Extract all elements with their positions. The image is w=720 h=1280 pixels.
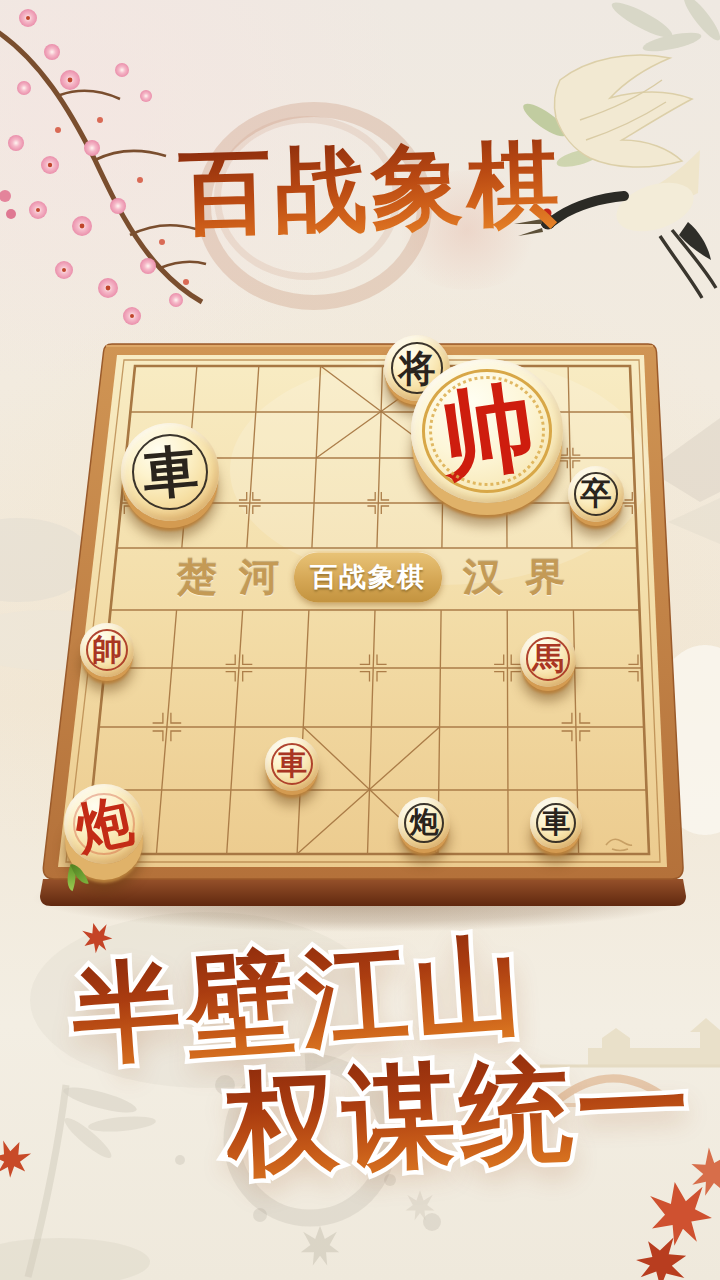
piece-red-炮-a10: 炮 (64, 784, 144, 864)
piece-black-車-h10: 車 (530, 797, 582, 849)
board-front-face (40, 879, 686, 906)
river-badge: 百战象棋 (294, 552, 442, 603)
piece-red-馬-h7: 馬 (520, 631, 576, 687)
river-label-right: 汉界 (441, 551, 587, 603)
splash-screen[interactable]: 百战象棋 楚河 汉界 百战象棋 将帅車卒帥馬車炮車炮 (0, 0, 720, 1280)
piece-red-車-d9: 車 (265, 737, 319, 791)
piece-red-帥-a7: 帥 (80, 623, 134, 677)
river-label-left: 楚河 (155, 551, 301, 603)
piece-black-卒-h4: 卒 (568, 466, 624, 522)
piece-black-炮-f10: 炮 (398, 797, 450, 849)
piece-black-車-b4: 車 (121, 423, 219, 521)
green-sprout (60, 860, 90, 894)
piece-red-帅-g2: 帅 (411, 359, 563, 503)
slogan-line-2: 权谋统一 权谋统一 (223, 1030, 697, 1201)
